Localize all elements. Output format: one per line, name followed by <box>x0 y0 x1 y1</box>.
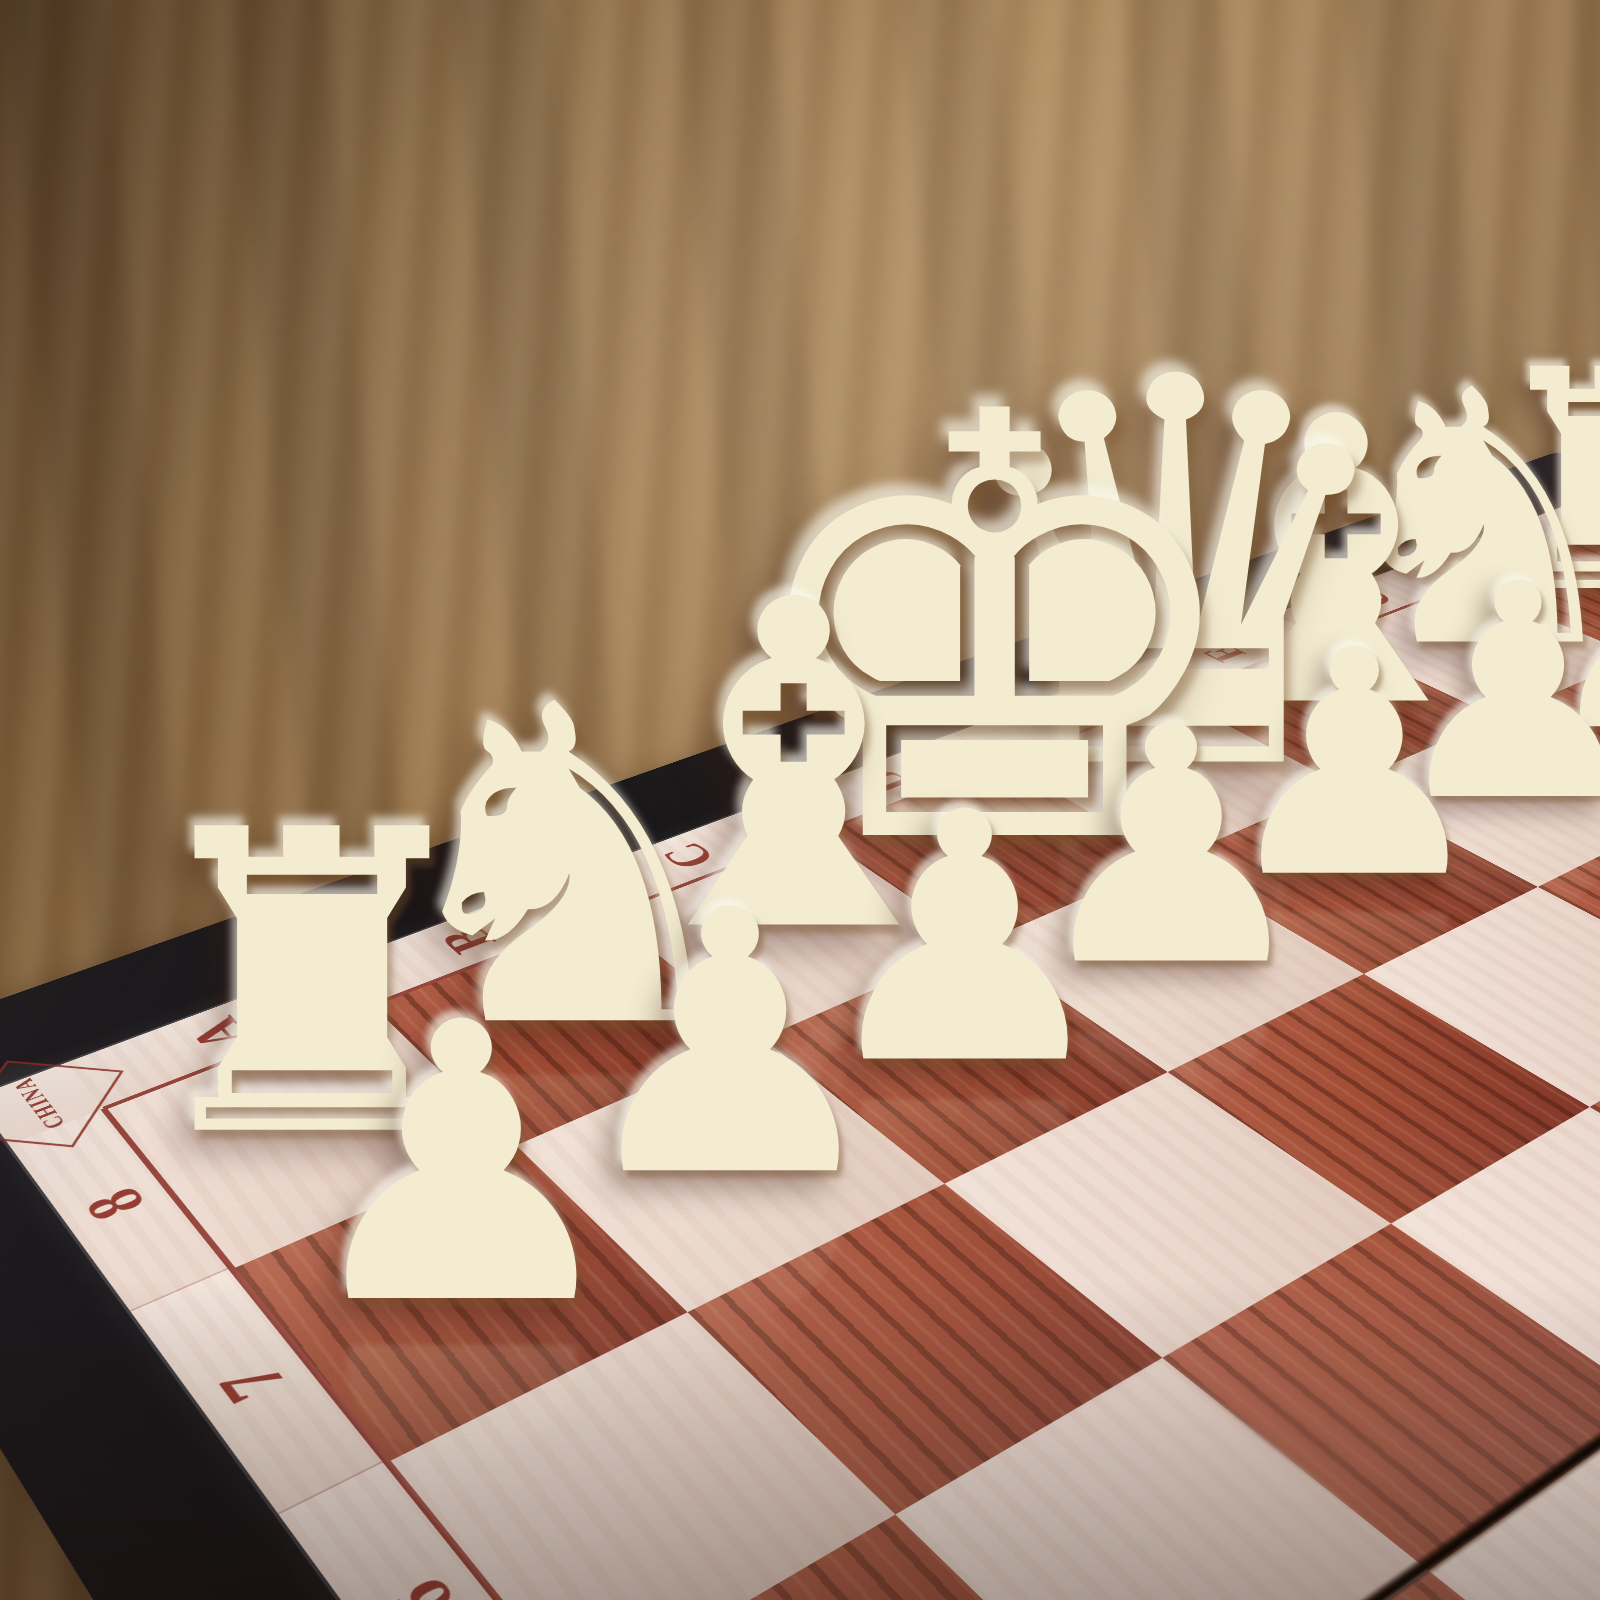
file-label: F <box>1192 640 1257 667</box>
file-label: D <box>848 764 925 800</box>
file-label: H <box>1472 535 1536 560</box>
file-label: C <box>648 836 730 876</box>
rank-label: 6 <box>361 1564 477 1600</box>
rank-label: 7 <box>198 1352 304 1416</box>
file-label: E <box>1029 699 1100 730</box>
photo-scene: ABCDEFGH 87654321 CHINA ♜♜♞♞♝♝♚♚♛♛♝♝♞♞♜♜… <box>0 0 1600 1600</box>
board-frame-inner: ABCDEFGH 87654321 CHINA <box>0 500 1600 1600</box>
chess-board: ABCDEFGH 87654321 CHINA <box>0 450 1600 1600</box>
file-label: G <box>1337 585 1405 612</box>
file-label: B <box>425 918 510 961</box>
rank-label: 8 <box>66 1178 163 1231</box>
board-scene: ABCDEFGH 87654321 CHINA <box>0 0 1600 1600</box>
